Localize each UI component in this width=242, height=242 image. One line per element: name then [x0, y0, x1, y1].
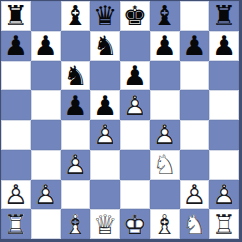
white-pawn-outline: ♙ — [120, 90, 150, 120]
square-h8[interactable]: ♜ — [209, 1, 239, 31]
square-f3[interactable]: ♞♘ — [150, 150, 180, 180]
white-pawn-outline: ♙ — [61, 150, 91, 180]
white-knight-outline: ♘ — [180, 209, 210, 239]
square-e7[interactable] — [120, 31, 150, 61]
white-pawn[interactable]: ♟♙ — [90, 120, 120, 150]
white-rook-outline: ♖ — [1, 209, 31, 239]
square-d8[interactable]: ♛ — [90, 1, 120, 31]
black-pawn[interactable]: ♟ — [180, 31, 210, 61]
black-rook[interactable]: ♜ — [1, 1, 31, 31]
chess-board: ♜♝♛♚♝♜♟♟♞♟♟♟♞♟♟♟♟♙♟♙♟♙♟♙♞♘♟♙♟♙♟♙♟♙♜♖♝♗♛♕… — [0, 0, 242, 242]
black-pawn[interactable]: ♟ — [90, 90, 120, 120]
black-knight[interactable]: ♞ — [61, 61, 91, 91]
black-pawn[interactable]: ♟ — [61, 90, 91, 120]
square-e5[interactable]: ♟♙ — [120, 90, 150, 120]
square-b6[interactable] — [31, 61, 61, 91]
square-f6[interactable] — [150, 61, 180, 91]
square-e2[interactable] — [120, 180, 150, 210]
square-e6[interactable]: ♟ — [120, 61, 150, 91]
square-c1[interactable]: ♝♗ — [61, 209, 91, 239]
square-g7[interactable]: ♟ — [180, 31, 210, 61]
square-b1[interactable] — [31, 209, 61, 239]
square-b7[interactable]: ♟ — [31, 31, 61, 61]
white-king-outline: ♔ — [120, 209, 150, 239]
black-bishop[interactable]: ♝ — [61, 1, 91, 31]
black-pawn[interactable]: ♟ — [1, 31, 31, 61]
white-pawn-outline: ♙ — [90, 120, 120, 150]
white-rook[interactable]: ♜♖ — [209, 209, 239, 239]
white-pawn-outline: ♙ — [180, 180, 210, 210]
black-rook[interactable]: ♜ — [209, 1, 239, 31]
white-pawn[interactable]: ♟♙ — [1, 180, 31, 210]
square-d5[interactable]: ♟ — [90, 90, 120, 120]
square-g8[interactable] — [180, 1, 210, 31]
white-rook[interactable]: ♜♖ — [1, 209, 31, 239]
square-c5[interactable]: ♟ — [61, 90, 91, 120]
square-g1[interactable]: ♞♘ — [180, 209, 210, 239]
black-pawn[interactable]: ♟ — [150, 31, 180, 61]
square-g3[interactable] — [180, 150, 210, 180]
square-h3[interactable] — [209, 150, 239, 180]
white-pawn-outline: ♙ — [150, 120, 180, 150]
square-a1[interactable]: ♜♖ — [1, 209, 31, 239]
square-g5[interactable] — [180, 90, 210, 120]
square-h5[interactable] — [209, 90, 239, 120]
square-g4[interactable] — [180, 120, 210, 150]
square-e4[interactable] — [120, 120, 150, 150]
square-c6[interactable]: ♞ — [61, 61, 91, 91]
square-b2[interactable]: ♟♙ — [31, 180, 61, 210]
square-c2[interactable] — [61, 180, 91, 210]
square-b8[interactable] — [31, 1, 61, 31]
white-pawn[interactable]: ♟♙ — [209, 180, 239, 210]
white-queen-outline: ♕ — [90, 209, 120, 239]
square-d4[interactable]: ♟♙ — [90, 120, 120, 150]
square-d6[interactable] — [90, 61, 120, 91]
square-d1[interactable]: ♛♕ — [90, 209, 120, 239]
white-king[interactable]: ♚♔ — [120, 209, 150, 239]
square-c7[interactable] — [61, 31, 91, 61]
square-f4[interactable]: ♟♙ — [150, 120, 180, 150]
square-a3[interactable] — [1, 150, 31, 180]
black-pawn[interactable]: ♟ — [31, 31, 61, 61]
square-d3[interactable] — [90, 150, 120, 180]
white-bishop-outline: ♗ — [150, 209, 180, 239]
square-h6[interactable] — [209, 61, 239, 91]
white-bishop[interactable]: ♝♗ — [61, 209, 91, 239]
square-h4[interactable] — [209, 120, 239, 150]
square-e8[interactable]: ♚ — [120, 1, 150, 31]
square-c3[interactable]: ♟♙ — [61, 150, 91, 180]
square-d7[interactable]: ♞ — [90, 31, 120, 61]
black-pawn[interactable]: ♟ — [120, 61, 150, 91]
square-b5[interactable] — [31, 90, 61, 120]
black-king[interactable]: ♚ — [120, 1, 150, 31]
white-pawn[interactable]: ♟♙ — [61, 150, 91, 180]
square-a7[interactable]: ♟ — [1, 31, 31, 61]
white-pawn-outline: ♙ — [209, 180, 239, 210]
square-f8[interactable]: ♝ — [150, 1, 180, 31]
white-pawn[interactable]: ♟♙ — [180, 180, 210, 210]
square-a4[interactable] — [1, 120, 31, 150]
white-pawn[interactable]: ♟♙ — [31, 180, 61, 210]
square-e1[interactable]: ♚♔ — [120, 209, 150, 239]
white-rook-outline: ♖ — [209, 209, 239, 239]
square-f5[interactable] — [150, 90, 180, 120]
white-pawn-outline: ♙ — [1, 180, 31, 210]
white-knight-outline: ♘ — [150, 150, 180, 180]
square-h7[interactable]: ♟ — [209, 31, 239, 61]
black-pawn[interactable]: ♟ — [209, 31, 239, 61]
square-b4[interactable] — [31, 120, 61, 150]
square-h1[interactable]: ♜♖ — [209, 209, 239, 239]
white-knight[interactable]: ♞♘ — [150, 150, 180, 180]
black-bishop[interactable]: ♝ — [150, 1, 180, 31]
square-c8[interactable]: ♝ — [61, 1, 91, 31]
square-b3[interactable] — [31, 150, 61, 180]
white-pawn[interactable]: ♟♙ — [150, 120, 180, 150]
white-knight[interactable]: ♞♘ — [180, 209, 210, 239]
black-knight[interactable]: ♞ — [90, 31, 120, 61]
square-g2[interactable]: ♟♙ — [180, 180, 210, 210]
square-g6[interactable] — [180, 61, 210, 91]
black-queen[interactable]: ♛ — [90, 1, 120, 31]
square-d2[interactable] — [90, 180, 120, 210]
square-c4[interactable] — [61, 120, 91, 150]
white-pawn-outline: ♙ — [31, 180, 61, 210]
white-bishop-outline: ♗ — [61, 209, 91, 239]
square-a8[interactable]: ♜ — [1, 1, 31, 31]
square-f2[interactable] — [150, 180, 180, 210]
white-bishop[interactable]: ♝♗ — [150, 209, 180, 239]
square-h2[interactable]: ♟♙ — [209, 180, 239, 210]
square-f1[interactable]: ♝♗ — [150, 209, 180, 239]
square-e3[interactable] — [120, 150, 150, 180]
white-pawn[interactable]: ♟♙ — [120, 90, 150, 120]
white-queen[interactable]: ♛♕ — [90, 209, 120, 239]
square-a6[interactable] — [1, 61, 31, 91]
square-f7[interactable]: ♟ — [150, 31, 180, 61]
square-a5[interactable] — [1, 90, 31, 120]
square-a2[interactable]: ♟♙ — [1, 180, 31, 210]
